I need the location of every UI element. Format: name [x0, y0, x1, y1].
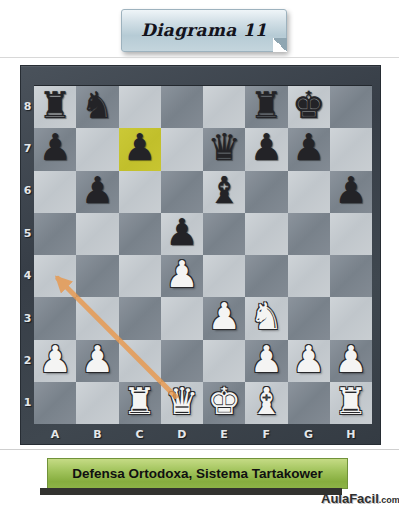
- diagram-title: Diagrama 11: [141, 20, 267, 42]
- piece-black-pawn: ♟: [292, 129, 325, 169]
- file-label-e: E: [203, 424, 245, 445]
- square-f5[interactable]: [245, 213, 287, 255]
- square-g5[interactable]: [288, 213, 330, 255]
- rank-label-6: 6: [21, 170, 34, 212]
- square-d2[interactable]: [161, 340, 203, 382]
- file-label-a: A: [34, 424, 76, 445]
- square-e4[interactable]: [203, 255, 245, 297]
- square-b7[interactable]: [76, 128, 118, 170]
- chess-board-frame: 87654321 ♜♞♜♚♟♟♛♟♟♟♝♟♟♟♟♞♟♟♟♟♟♜♛♚♝♜ ABCD…: [20, 65, 381, 445]
- piece-white-pawn: ♟: [250, 341, 283, 381]
- piece-white-queen: ♛: [165, 383, 198, 423]
- square-a1[interactable]: [34, 382, 76, 424]
- square-f6[interactable]: [245, 171, 287, 213]
- piece-black-king: ♚: [292, 87, 325, 127]
- square-f4[interactable]: [245, 255, 287, 297]
- square-f8[interactable]: ♜: [245, 86, 287, 128]
- piece-black-pawn: ♟: [250, 129, 283, 169]
- square-c3[interactable]: [119, 297, 161, 339]
- piece-white-pawn: ♟: [334, 341, 367, 381]
- piece-black-bishop: ♝: [208, 172, 241, 212]
- caption-shadow: [40, 488, 342, 495]
- square-c6[interactable]: [119, 171, 161, 213]
- square-a8[interactable]: ♜: [34, 86, 76, 128]
- square-e7[interactable]: ♛: [203, 128, 245, 170]
- square-a2[interactable]: ♟: [34, 340, 76, 382]
- square-h8[interactable]: [330, 86, 372, 128]
- logo-tld: .com: [379, 495, 399, 505]
- piece-white-pawn: ♟: [208, 298, 241, 338]
- square-e6[interactable]: ♝: [203, 171, 245, 213]
- caption-box: Defensa Ortodoxa, Sistema Tartakower: [47, 458, 348, 489]
- file-label-f: F: [245, 424, 287, 445]
- square-d8[interactable]: [161, 86, 203, 128]
- square-b8[interactable]: ♞: [76, 86, 118, 128]
- rank-labels: 87654321: [21, 85, 34, 424]
- square-c5[interactable]: [119, 213, 161, 255]
- piece-black-knight: ♞: [81, 87, 114, 127]
- chess-board[interactable]: ♜♞♜♚♟♟♛♟♟♟♝♟♟♟♟♞♟♟♟♟♟♜♛♚♝♜: [34, 85, 372, 424]
- piece-black-pawn: ♟: [165, 214, 198, 254]
- file-label-b: B: [76, 424, 118, 445]
- square-d3[interactable]: [161, 297, 203, 339]
- rank-label-2: 2: [21, 339, 34, 381]
- piece-white-rook: ♜: [334, 383, 367, 423]
- square-b6[interactable]: ♟: [76, 171, 118, 213]
- piece-black-pawn: ♟: [334, 172, 367, 212]
- square-e2[interactable]: [203, 340, 245, 382]
- square-f1[interactable]: ♝: [245, 382, 287, 424]
- square-g4[interactable]: [288, 255, 330, 297]
- file-label-c: C: [119, 424, 161, 445]
- rank-label-4: 4: [21, 255, 34, 297]
- square-g2[interactable]: ♟: [288, 340, 330, 382]
- square-c2[interactable]: [119, 340, 161, 382]
- square-h2[interactable]: ♟: [330, 340, 372, 382]
- aulafacil-logo: AulaFacil.com: [321, 488, 399, 507]
- divider-bottom: [0, 449, 399, 450]
- square-g3[interactable]: [288, 297, 330, 339]
- square-h4[interactable]: [330, 255, 372, 297]
- square-d5[interactable]: ♟: [161, 213, 203, 255]
- piece-white-rook: ♜: [123, 383, 156, 423]
- square-c8[interactable]: [119, 86, 161, 128]
- square-e8[interactable]: [203, 86, 245, 128]
- rank-label-1: 1: [21, 382, 34, 424]
- square-h7[interactable]: [330, 128, 372, 170]
- square-d6[interactable]: [161, 171, 203, 213]
- square-c7[interactable]: ♟: [119, 128, 161, 170]
- square-g7[interactable]: ♟: [288, 128, 330, 170]
- square-b4[interactable]: [76, 255, 118, 297]
- piece-white-pawn: ♟: [81, 341, 114, 381]
- banner-fold-corner: [273, 38, 287, 52]
- square-a6[interactable]: [34, 171, 76, 213]
- square-h3[interactable]: [330, 297, 372, 339]
- square-e1[interactable]: ♚: [203, 382, 245, 424]
- page: Diagrama 11 87654321 ♜♞♜♚♟♟♛♟♟♟♝♟♟♟♟♞♟♟♟…: [0, 0, 399, 507]
- square-e5[interactable]: [203, 213, 245, 255]
- piece-black-pawn: ♟: [81, 172, 114, 212]
- piece-black-pawn: ♟: [39, 129, 72, 169]
- rank-label-3: 3: [21, 297, 34, 339]
- square-a4[interactable]: [34, 255, 76, 297]
- square-b1[interactable]: [76, 382, 118, 424]
- square-f3[interactable]: ♞: [245, 297, 287, 339]
- rank-label-5: 5: [21, 212, 34, 254]
- piece-black-rook: ♜: [250, 87, 283, 127]
- square-f2[interactable]: ♟: [245, 340, 287, 382]
- piece-black-rook: ♜: [39, 87, 72, 127]
- square-g6[interactable]: [288, 171, 330, 213]
- square-e3[interactable]: ♟: [203, 297, 245, 339]
- piece-white-bishop: ♝: [250, 383, 283, 423]
- piece-black-pawn: ♟: [123, 129, 156, 169]
- square-b3[interactable]: [76, 297, 118, 339]
- piece-white-pawn: ♟: [165, 256, 198, 296]
- square-a3[interactable]: [34, 297, 76, 339]
- logo-name: AulaFacil: [321, 491, 379, 506]
- square-d1[interactable]: ♛: [161, 382, 203, 424]
- square-f7[interactable]: ♟: [245, 128, 287, 170]
- piece-white-knight: ♞: [250, 298, 283, 338]
- square-b2[interactable]: ♟: [76, 340, 118, 382]
- square-h1[interactable]: ♜: [330, 382, 372, 424]
- square-h6[interactable]: ♟: [330, 171, 372, 213]
- file-labels: ABCDEFGH: [34, 424, 372, 445]
- square-g1[interactable]: [288, 382, 330, 424]
- divider-top: [0, 57, 399, 58]
- piece-black-queen: ♛: [208, 129, 241, 169]
- square-a5[interactable]: [34, 213, 76, 255]
- rank-label-8: 8: [21, 85, 34, 127]
- piece-white-king: ♚: [208, 383, 241, 423]
- square-c4[interactable]: [119, 255, 161, 297]
- square-g8[interactable]: ♚: [288, 86, 330, 128]
- square-d4[interactable]: ♟: [161, 255, 203, 297]
- file-label-g: G: [288, 424, 330, 445]
- square-d7[interactable]: [161, 128, 203, 170]
- square-c1[interactable]: ♜: [119, 382, 161, 424]
- piece-white-pawn: ♟: [39, 341, 72, 381]
- file-label-h: H: [330, 424, 372, 445]
- diagram-banner: Diagrama 11: [121, 9, 287, 52]
- rank-label-7: 7: [21, 127, 34, 169]
- file-label-d: D: [161, 424, 203, 445]
- square-b5[interactable]: [76, 213, 118, 255]
- caption-text: Defensa Ortodoxa, Sistema Tartakower: [72, 466, 322, 481]
- square-a7[interactable]: ♟: [34, 128, 76, 170]
- square-h5[interactable]: [330, 213, 372, 255]
- piece-white-pawn: ♟: [292, 341, 325, 381]
